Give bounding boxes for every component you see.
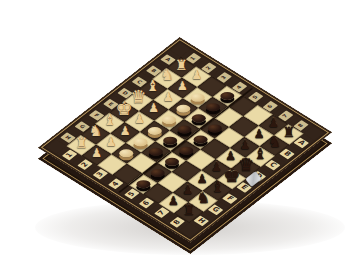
dark-checker: [177, 125, 191, 133]
rank-label-text: 7: [281, 113, 289, 118]
white-pawn: ♟: [105, 135, 116, 147]
white-pawn: ♟: [148, 102, 159, 114]
white-knight: ♞: [160, 68, 173, 83]
rank-label-text: 2: [79, 161, 89, 168]
rank-label-text: 1: [189, 55, 197, 60]
rank-label-text: 6: [141, 199, 151, 206]
white-queen: ♛: [130, 88, 146, 106]
rank-label-text: 8: [172, 218, 182, 225]
black-pawn: ♟: [168, 194, 179, 206]
rank-label-text: 6: [266, 103, 274, 108]
white-knight: ♞: [89, 123, 102, 138]
dark-checker: [192, 114, 206, 122]
black-pawn: ♟: [225, 150, 236, 162]
white-pawn: ♟: [177, 79, 188, 91]
light-checker: [176, 104, 190, 112]
black-pawn: ♟: [211, 161, 222, 173]
light-checker: [162, 115, 176, 123]
rank-label-text: 5: [126, 190, 136, 197]
rank-label: 4: [108, 178, 123, 189]
black-rook: ♜: [183, 203, 196, 217]
rank-label-text: 2: [204, 65, 212, 70]
white-pawn: ♟: [163, 91, 174, 103]
dark-checker: [206, 103, 220, 111]
dark-checker: [220, 92, 234, 100]
black-rook: ♜: [283, 124, 296, 138]
rank-label: 6: [138, 197, 153, 208]
light-checker: [148, 127, 162, 135]
black-pawn: ♟: [197, 172, 208, 184]
white-pawn: ♟: [191, 68, 202, 80]
black-pawn: ♟: [239, 139, 250, 151]
light-checker: [134, 138, 148, 146]
dark-checker: [151, 169, 165, 177]
rank-label: 3: [92, 168, 107, 179]
rank-label-text: 8: [297, 123, 305, 128]
dark-checker: [163, 136, 177, 144]
rank-label-text: 7: [156, 209, 166, 216]
rank-label: 1: [62, 149, 77, 160]
rank-label-text: 4: [110, 180, 120, 187]
black-pawn: ♟: [182, 183, 193, 195]
file-label: C: [265, 159, 281, 170]
black-knight: ♞: [196, 191, 209, 206]
rank-label: 8: [169, 216, 184, 227]
light-checker: [191, 93, 205, 101]
white-king: ♚: [116, 98, 133, 117]
product-photo-scene: 12345678A♜♟♟♜AB♞♟♟♞BC♝♟♟♝CD♛♟♟♛DE♚♟♟♚EF♝…: [0, 0, 360, 270]
rank-label-text: 1: [64, 151, 74, 158]
rank-label-text: 4: [235, 84, 243, 89]
white-bishop: ♝: [103, 112, 116, 127]
file-label: H: [194, 215, 210, 226]
white-pawn: ♟: [120, 124, 131, 136]
white-rook: ♜: [75, 135, 88, 149]
black-pawn: ♟: [268, 116, 279, 128]
dark-checker: [194, 135, 208, 143]
dark-checker: [208, 124, 222, 132]
file-label: F: [222, 193, 238, 204]
rank-label-text: 3: [95, 170, 105, 177]
rank-label-text: 5: [251, 94, 259, 99]
white-pawn: ♟: [91, 146, 102, 158]
black-bishop: ♝: [211, 180, 224, 195]
black-bishop: ♝: [254, 146, 267, 161]
dark-checker: [165, 157, 179, 165]
white-rook: ♜: [175, 57, 188, 71]
black-king: ♚: [223, 166, 240, 185]
rank-label: 2: [77, 159, 92, 170]
dark-checker: [136, 180, 150, 188]
dark-checker: [179, 146, 193, 154]
dark-checker: [149, 147, 163, 155]
file-label: B: [280, 148, 296, 159]
file-label: A: [294, 137, 310, 148]
white-bishop: ♝: [146, 79, 159, 94]
black-queen: ♛: [238, 155, 254, 173]
black-pawn: ♟: [254, 127, 265, 139]
rank-label-text: 3: [220, 75, 228, 80]
rank-label: 7: [154, 207, 169, 218]
black-knight: ♞: [268, 135, 281, 150]
file-label: G: [208, 204, 224, 215]
light-checker: [119, 149, 133, 157]
white-pawn: ♟: [134, 113, 145, 125]
